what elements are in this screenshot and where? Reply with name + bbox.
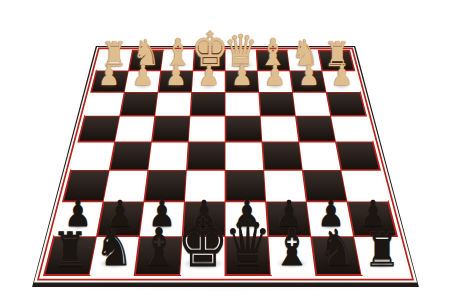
piece-white-pawn-h2[interactable]: ♟ [99,63,121,91]
piece-white-pawn-b2[interactable]: ♟ [298,63,320,91]
piece-white-pawn-a2[interactable]: ♟ [331,63,353,91]
piece-white-pawn-g2[interactable]: ♟ [132,63,154,91]
piece-white-pawn-d2[interactable]: ♟ [231,63,253,91]
piece-black-knight-b8[interactable]: ♞ [318,223,356,273]
piece-white-pawn-f2[interactable]: ♟ [165,63,187,91]
piece-white-pawn-c2[interactable]: ♟ [265,63,287,91]
pieces-layer: ♜♞♝♛♚♝♞♜♟♟♟♟♟♟♟♟♟♟♟♟♟♟♟♟♜♞♝♛♚♝♞♜ [0,0,450,300]
piece-black-knight-g8[interactable]: ♞ [95,223,133,273]
piece-black-bishop-f8[interactable]: ♝ [139,221,179,273]
piece-white-pawn-e2[interactable]: ♟ [198,63,220,91]
piece-black-king-e8[interactable]: ♚ [177,208,229,276]
piece-black-rook-h8[interactable]: ♜ [51,224,88,272]
piece-black-rook-a8[interactable]: ♜ [363,224,400,272]
piece-black-bishop-c8[interactable]: ♝ [272,221,312,273]
chess-photo-scene: ♜♞♝♛♚♝♞♜♟♟♟♟♟♟♟♟♟♟♟♟♟♟♟♟♜♞♝♛♚♝♞♜ [0,0,450,300]
piece-black-queen-d8[interactable]: ♛ [224,213,271,275]
